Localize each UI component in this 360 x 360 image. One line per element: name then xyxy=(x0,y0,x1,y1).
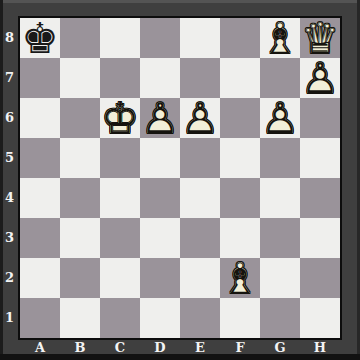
piece-outline-glyph: ♗ xyxy=(260,18,300,58)
square-b5[interactable] xyxy=(60,138,100,178)
rank-label-3: 3 xyxy=(2,218,17,258)
square-b4[interactable] xyxy=(60,178,100,218)
file-label-h: H xyxy=(300,340,340,355)
square-b8[interactable] xyxy=(60,18,100,58)
square-d3[interactable] xyxy=(140,218,180,258)
square-d7[interactable] xyxy=(140,58,180,98)
square-f1[interactable] xyxy=(220,298,260,338)
piece-fill-glyph: ♟ xyxy=(300,58,340,98)
piece-glyph: ♚ xyxy=(20,18,60,58)
piece-outline-glyph: ♙ xyxy=(260,98,300,138)
square-b2[interactable] xyxy=(60,258,100,298)
square-g2[interactable] xyxy=(260,258,300,298)
square-g6[interactable]: ♟♙ xyxy=(260,98,300,138)
square-c7[interactable] xyxy=(100,58,140,98)
square-g1[interactable] xyxy=(260,298,300,338)
chess-board: ♚♝♗♛♕♟♙♚♔♟♙♟♙♟♙♝♗ xyxy=(18,16,342,340)
rank-label-2: 2 xyxy=(2,258,17,298)
square-a6[interactable] xyxy=(20,98,60,138)
square-h8[interactable]: ♛♕ xyxy=(300,18,340,58)
black-king-piece[interactable]: ♚ xyxy=(20,18,60,58)
file-label-e: E xyxy=(180,340,220,355)
square-a1[interactable] xyxy=(20,298,60,338)
piece-outline-glyph: ♙ xyxy=(140,98,180,138)
square-e5[interactable] xyxy=(180,138,220,178)
white-pawn-piece[interactable]: ♟♙ xyxy=(140,98,180,138)
piece-fill-glyph: ♝ xyxy=(220,258,260,298)
square-h5[interactable] xyxy=(300,138,340,178)
square-g3[interactable] xyxy=(260,218,300,258)
square-h3[interactable] xyxy=(300,218,340,258)
square-a8[interactable]: ♚ xyxy=(20,18,60,58)
square-c8[interactable] xyxy=(100,18,140,58)
file-label-a: A xyxy=(20,340,60,355)
square-d5[interactable] xyxy=(140,138,180,178)
square-b6[interactable] xyxy=(60,98,100,138)
square-h1[interactable] xyxy=(300,298,340,338)
white-bishop-piece[interactable]: ♝♗ xyxy=(260,18,300,58)
square-a3[interactable] xyxy=(20,218,60,258)
square-d8[interactable] xyxy=(140,18,180,58)
piece-fill-glyph: ♟ xyxy=(140,98,180,138)
piece-fill-glyph: ♛ xyxy=(300,18,340,58)
square-c2[interactable] xyxy=(100,258,140,298)
square-h2[interactable] xyxy=(300,258,340,298)
square-a5[interactable] xyxy=(20,138,60,178)
square-h4[interactable] xyxy=(300,178,340,218)
square-g4[interactable] xyxy=(260,178,300,218)
board-grid: ♚♝♗♛♕♟♙♚♔♟♙♟♙♟♙♝♗ xyxy=(20,18,340,338)
square-d2[interactable] xyxy=(140,258,180,298)
piece-outline-glyph: ♙ xyxy=(180,98,220,138)
square-f7[interactable] xyxy=(220,58,260,98)
square-f5[interactable] xyxy=(220,138,260,178)
square-c3[interactable] xyxy=(100,218,140,258)
piece-outline-glyph: ♔ xyxy=(100,98,140,138)
rank-label-8: 8 xyxy=(2,18,17,58)
white-pawn-piece[interactable]: ♟♙ xyxy=(180,98,220,138)
rank-label-6: 6 xyxy=(2,98,17,138)
file-label-d: D xyxy=(140,340,180,355)
square-e6[interactable]: ♟♙ xyxy=(180,98,220,138)
square-f4[interactable] xyxy=(220,178,260,218)
file-label-b: B xyxy=(60,340,100,355)
square-g7[interactable] xyxy=(260,58,300,98)
rank-label-1: 1 xyxy=(2,298,17,338)
file-label-f: F xyxy=(220,340,260,355)
square-d6[interactable]: ♟♙ xyxy=(140,98,180,138)
square-f6[interactable] xyxy=(220,98,260,138)
rank-label-5: 5 xyxy=(2,138,17,178)
piece-fill-glyph: ♟ xyxy=(180,98,220,138)
square-f3[interactable] xyxy=(220,218,260,258)
square-e7[interactable] xyxy=(180,58,220,98)
square-a2[interactable] xyxy=(20,258,60,298)
square-b7[interactable] xyxy=(60,58,100,98)
square-g5[interactable] xyxy=(260,138,300,178)
square-g8[interactable]: ♝♗ xyxy=(260,18,300,58)
rank-label-7: 7 xyxy=(2,58,17,98)
file-label-g: G xyxy=(260,340,300,355)
rank-label-4: 4 xyxy=(2,178,17,218)
square-a7[interactable] xyxy=(20,58,60,98)
square-b3[interactable] xyxy=(60,218,100,258)
white-queen-piece[interactable]: ♛♕ xyxy=(300,18,340,58)
square-c6[interactable]: ♚♔ xyxy=(100,98,140,138)
square-c4[interactable] xyxy=(100,178,140,218)
square-h7[interactable]: ♟♙ xyxy=(300,58,340,98)
square-e4[interactable] xyxy=(180,178,220,218)
square-d4[interactable] xyxy=(140,178,180,218)
white-king-piece[interactable]: ♚♔ xyxy=(100,98,140,138)
piece-fill-glyph: ♝ xyxy=(260,18,300,58)
white-bishop-piece[interactable]: ♝♗ xyxy=(220,258,260,298)
piece-outline-glyph: ♕ xyxy=(300,18,340,58)
square-e3[interactable] xyxy=(180,218,220,258)
square-e8[interactable] xyxy=(180,18,220,58)
frame-top-edge xyxy=(0,0,360,3)
white-pawn-piece[interactable]: ♟♙ xyxy=(300,58,340,98)
square-c1[interactable] xyxy=(100,298,140,338)
piece-fill-glyph: ♚ xyxy=(100,98,140,138)
piece-outline-glyph: ♙ xyxy=(300,58,340,98)
square-d1[interactable] xyxy=(140,298,180,338)
piece-outline-glyph: ♗ xyxy=(220,258,260,298)
square-f2[interactable]: ♝♗ xyxy=(220,258,260,298)
square-f8[interactable] xyxy=(220,18,260,58)
square-h6[interactable] xyxy=(300,98,340,138)
piece-fill-glyph: ♟ xyxy=(260,98,300,138)
square-e2[interactable] xyxy=(180,258,220,298)
square-e1[interactable] xyxy=(180,298,220,338)
square-b1[interactable] xyxy=(60,298,100,338)
square-a4[interactable] xyxy=(20,178,60,218)
file-label-c: C xyxy=(100,340,140,355)
chess-diagram: ♚♝♗♛♕♟♙♚♔♟♙♟♙♟♙♝♗ 87654321 ABCDEFGH xyxy=(0,0,360,360)
white-pawn-piece[interactable]: ♟♙ xyxy=(260,98,300,138)
square-c5[interactable] xyxy=(100,138,140,178)
